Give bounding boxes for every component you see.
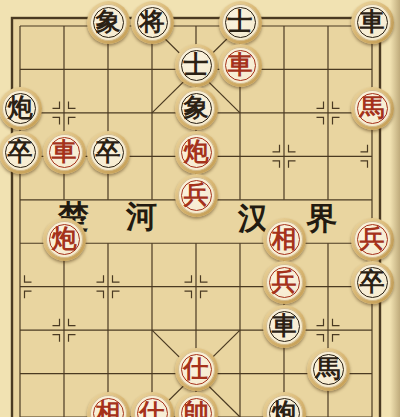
piece-glyph: 炮 — [184, 139, 209, 164]
piece-glyph: 仕 — [140, 400, 165, 417]
piece-glyph: 卒 — [360, 269, 385, 294]
piece-glyph: 炮 — [8, 95, 33, 120]
piece-face: 卒 — [354, 264, 391, 301]
piece-ring: 車 — [49, 137, 80, 168]
piece-red-cannon[interactable]: 炮 — [175, 131, 218, 174]
piece-black-cannon[interactable]: 炮 — [263, 392, 306, 417]
piece-black-chariot[interactable]: 車 — [351, 1, 394, 44]
piece-face: 車 — [354, 4, 391, 41]
piece-black-general[interactable]: 将 — [131, 1, 174, 44]
piece-face: 炮 — [266, 395, 303, 417]
piece-face: 士 — [178, 47, 215, 84]
piece-ring: 兵 — [269, 267, 300, 298]
piece-glyph: 相 — [96, 400, 121, 417]
piece-ring: 相 — [269, 224, 300, 255]
piece-face: 相 — [266, 221, 303, 258]
piece-black-horse[interactable]: 馬 — [307, 348, 350, 391]
piece-glyph: 炮 — [272, 400, 297, 417]
piece-black-soldier[interactable]: 卒 — [87, 131, 130, 174]
piece-glyph: 帥 — [184, 400, 209, 417]
piece-ring: 仕 — [181, 354, 212, 385]
piece-black-advisor[interactable]: 士 — [219, 1, 262, 44]
piece-red-horse[interactable]: 馬 — [351, 87, 394, 130]
piece-red-elephant[interactable]: 相 — [87, 392, 130, 417]
piece-red-advisor[interactable]: 仕 — [175, 348, 218, 391]
piece-ring: 車 — [269, 311, 300, 342]
piece-face: 馬 — [354, 90, 391, 127]
piece-face: 炮 — [2, 90, 39, 127]
piece-face: 兵 — [178, 177, 215, 214]
piece-red-cannon[interactable]: 炮 — [43, 218, 86, 261]
piece-ring: 炮 — [5, 93, 36, 124]
piece-face: 帥 — [178, 395, 215, 417]
piece-ring: 象 — [93, 7, 124, 38]
piece-face: 馬 — [310, 351, 347, 388]
piece-red-soldier[interactable]: 兵 — [263, 261, 306, 304]
piece-black-elephant[interactable]: 象 — [87, 1, 130, 44]
piece-face: 士 — [222, 4, 259, 41]
piece-glyph: 炮 — [52, 226, 77, 251]
piece-face: 相 — [90, 395, 127, 417]
piece-glyph: 士 — [184, 52, 209, 77]
piece-black-advisor[interactable]: 士 — [175, 44, 218, 87]
piece-face: 兵 — [354, 221, 391, 258]
piece-black-chariot[interactable]: 車 — [263, 305, 306, 348]
piece-ring: 馬 — [313, 354, 344, 385]
piece-ring: 将 — [137, 7, 168, 38]
piece-glyph: 将 — [140, 9, 165, 34]
piece-face: 車 — [222, 47, 259, 84]
piece-face: 車 — [266, 308, 303, 345]
piece-black-soldier[interactable]: 卒 — [0, 131, 42, 174]
piece-red-soldier[interactable]: 兵 — [351, 218, 394, 261]
piece-glyph: 仕 — [184, 356, 209, 381]
piece-ring: 卒 — [5, 137, 36, 168]
piece-ring: 車 — [357, 7, 388, 38]
piece-red-general[interactable]: 帥 — [175, 392, 218, 417]
piece-red-advisor[interactable]: 仕 — [131, 392, 174, 417]
piece-black-soldier[interactable]: 卒 — [351, 261, 394, 304]
piece-face: 卒 — [2, 134, 39, 171]
piece-ring: 帥 — [181, 398, 212, 417]
piece-black-elephant[interactable]: 象 — [175, 87, 218, 130]
piece-ring: 兵 — [181, 180, 212, 211]
piece-face: 炮 — [178, 134, 215, 171]
piece-face: 炮 — [46, 221, 83, 258]
piece-ring: 士 — [181, 50, 212, 81]
piece-glyph: 兵 — [184, 182, 209, 207]
piece-face: 仕 — [134, 395, 171, 417]
piece-glyph: 兵 — [272, 269, 297, 294]
piece-ring: 士 — [225, 7, 256, 38]
piece-ring: 卒 — [93, 137, 124, 168]
piece-face: 将 — [134, 4, 171, 41]
piece-black-cannon[interactable]: 炮 — [0, 87, 42, 130]
piece-ring: 仕 — [137, 398, 168, 417]
piece-ring: 炮 — [49, 224, 80, 255]
piece-glyph: 士 — [228, 9, 253, 34]
piece-red-elephant[interactable]: 相 — [263, 218, 306, 261]
piece-glyph: 車 — [52, 139, 77, 164]
piece-ring: 象 — [181, 93, 212, 124]
piece-ring: 相 — [93, 398, 124, 417]
piece-ring: 炮 — [269, 398, 300, 417]
piece-red-chariot[interactable]: 車 — [219, 44, 262, 87]
piece-glyph: 車 — [272, 313, 297, 338]
piece-glyph: 車 — [360, 9, 385, 34]
piece-ring: 兵 — [357, 224, 388, 255]
piece-glyph: 相 — [272, 226, 297, 251]
piece-glyph: 兵 — [360, 226, 385, 251]
piece-face: 仕 — [178, 351, 215, 388]
piece-face: 卒 — [90, 134, 127, 171]
piece-ring: 馬 — [357, 93, 388, 124]
piece-glyph: 馬 — [316, 356, 341, 381]
piece-red-soldier[interactable]: 兵 — [175, 174, 218, 217]
piece-glyph: 卒 — [96, 139, 121, 164]
xiangqi-board: 楚河 汉界 象将士車士車炮象馬卒車卒炮兵炮相兵兵卒車仕馬相仕帥炮 — [0, 0, 400, 417]
piece-glyph: 卒 — [8, 139, 33, 164]
piece-face: 兵 — [266, 264, 303, 301]
piece-ring: 車 — [225, 50, 256, 81]
pieces-layer: 象将士車士車炮象馬卒車卒炮兵炮相兵兵卒車仕馬相仕帥炮 — [0, 0, 400, 417]
piece-face: 象 — [178, 90, 215, 127]
piece-face: 象 — [90, 4, 127, 41]
piece-glyph: 車 — [228, 52, 253, 77]
piece-glyph: 象 — [96, 9, 121, 34]
piece-ring: 炮 — [181, 137, 212, 168]
piece-red-chariot[interactable]: 車 — [43, 131, 86, 174]
piece-glyph: 象 — [184, 95, 209, 120]
piece-face: 車 — [46, 134, 83, 171]
piece-ring: 卒 — [357, 267, 388, 298]
piece-glyph: 馬 — [360, 95, 385, 120]
